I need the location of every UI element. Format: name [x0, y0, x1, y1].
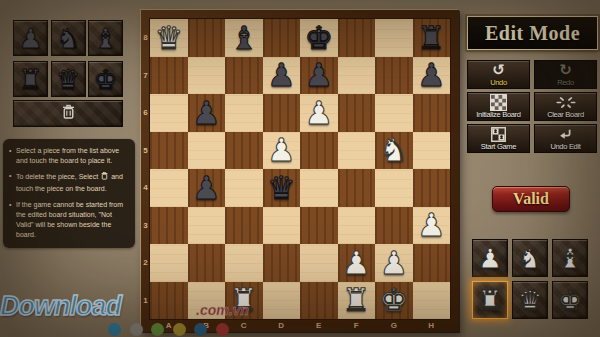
mini-board-icon [491, 127, 506, 142]
square-f5[interactable] [338, 132, 376, 170]
square-e3[interactable] [300, 207, 338, 245]
trash-icon [60, 103, 77, 125]
square-d3[interactable] [263, 207, 301, 245]
square-b2[interactable] [188, 244, 226, 282]
palette-black-bishop-button[interactable]: ♝ [88, 20, 123, 56]
undo-arrow-icon: ↺ [492, 63, 505, 78]
white-king-icon: ♚ [558, 287, 582, 314]
palette-white-knight-button[interactable]: ♞ [512, 239, 548, 277]
delete-piece-button[interactable] [13, 100, 123, 127]
rank-label-8: 8 [141, 19, 150, 57]
file-label-b: B [188, 319, 226, 332]
redo-button[interactable]: ↻ Redo [534, 60, 597, 89]
chess-board-frame: ♛♝♚♜♟♟♟♟♟♟♞♟♛♟♟♟♜♜♚ 87654321ABCDEFGH [141, 10, 459, 332]
palette-white-pawn-button[interactable]: ♟ [472, 239, 508, 277]
square-b3[interactable] [188, 207, 226, 245]
black-king-icon: ♚ [93, 66, 117, 93]
black-bishop-c8[interactable]: ♝ [225, 19, 263, 57]
square-e5[interactable] [300, 132, 338, 170]
rank-label-5: 5 [141, 132, 150, 170]
square-d8[interactable] [263, 19, 301, 57]
black-king-e8[interactable]: ♚ [300, 19, 338, 57]
undo-edit-button[interactable]: Undo Edit [534, 124, 597, 153]
black-knight-icon: ♞ [56, 25, 80, 52]
start-game-button[interactable]: Start Game [467, 124, 530, 153]
watermark-dot [108, 323, 121, 336]
square-f3[interactable] [338, 207, 376, 245]
square-h1[interactable] [413, 282, 451, 320]
square-f8[interactable] [338, 19, 376, 57]
palette-black-pawn-button[interactable]: ♟ [13, 20, 48, 56]
black-pawn-icon: ♟ [18, 25, 42, 52]
square-c6[interactable] [225, 94, 263, 132]
palette-white-king-button[interactable]: ♚ [552, 281, 588, 319]
trash-icon [100, 171, 109, 184]
black-queen-d4[interactable]: ♛ [263, 169, 301, 207]
checkerboard-icon [490, 95, 507, 110]
watermark-text: Download [0, 291, 121, 322]
square-c4[interactable] [225, 169, 263, 207]
square-e2[interactable] [300, 244, 338, 282]
black-pawn-e7[interactable]: ♟ [300, 57, 338, 95]
rank-label-4: 4 [141, 169, 150, 207]
square-g8[interactable] [375, 19, 413, 57]
square-e4[interactable] [300, 169, 338, 207]
square-b8[interactable] [188, 19, 226, 57]
clear-board-button[interactable]: Clear Board [534, 92, 597, 121]
square-h6[interactable] [413, 94, 451, 132]
square-f7[interactable] [338, 57, 376, 95]
square-f6[interactable] [338, 94, 376, 132]
palette-white-bishop-button[interactable]: ♝ [552, 239, 588, 277]
black-pawn-b4[interactable]: ♟ [188, 169, 226, 207]
square-a6[interactable] [150, 94, 188, 132]
square-a3[interactable] [150, 207, 188, 245]
white-pawn-d5[interactable]: ♟ [263, 132, 301, 170]
file-label-f: F [338, 319, 376, 332]
square-h2[interactable] [413, 244, 451, 282]
edit-mode-screen: ♛♝♚♜♟♟♟♟♟♟♞♟♛♟♟♟♜♜♚ 87654321ABCDEFGH ♟♞♝… [0, 0, 600, 337]
instruction-item: • To delete the piece, Selectand touch t… [9, 171, 129, 194]
square-g4[interactable] [375, 169, 413, 207]
instruction-item: • Select a piece from the list above and… [9, 146, 129, 166]
white-pawn-f2[interactable]: ♟ [338, 244, 376, 282]
white-queen-a8[interactable]: ♛ [150, 19, 188, 57]
square-a2[interactable] [150, 244, 188, 282]
black-pawn-h7[interactable]: ♟ [413, 57, 451, 95]
square-f4[interactable] [338, 169, 376, 207]
rank-label-6: 6 [141, 94, 150, 132]
palette-black-rook-button[interactable]: ♜ [13, 61, 48, 97]
square-a1[interactable] [150, 282, 188, 320]
palette-black-queen-button[interactable]: ♛ [51, 61, 86, 97]
white-pawn-g2[interactable]: ♟ [375, 244, 413, 282]
sparkle-burst-icon [556, 95, 576, 110]
square-g3[interactable] [375, 207, 413, 245]
validity-status-badge: Valid [492, 186, 570, 212]
board-grid[interactable]: ♛♝♚♜♟♟♟♟♟♟♞♟♛♟♟♟♜♜♚ [150, 19, 450, 319]
square-b5[interactable] [188, 132, 226, 170]
square-c2[interactable] [225, 244, 263, 282]
black-pawn-b6[interactable]: ♟ [188, 94, 226, 132]
file-label-g: G [375, 319, 413, 332]
redo-arrow-icon: ↻ [559, 63, 572, 78]
file-label-a: A [150, 319, 188, 332]
return-arrow-icon [558, 127, 573, 142]
white-knight-icon: ♞ [518, 245, 542, 272]
edit-mode-title: Edit Mode [467, 16, 598, 50]
black-bishop-icon: ♝ [93, 25, 117, 52]
file-label-c: C [225, 319, 263, 332]
white-knight-g5[interactable]: ♞ [375, 132, 413, 170]
white-queen-icon: ♛ [518, 287, 542, 314]
square-h4[interactable] [413, 169, 451, 207]
file-label-h: H [413, 319, 451, 332]
instructions-panel: • Select a piece from the list above and… [3, 139, 135, 248]
rank-label-3: 3 [141, 207, 150, 245]
square-b7[interactable] [188, 57, 226, 95]
black-rook-icon: ♜ [18, 66, 42, 93]
square-a4[interactable] [150, 169, 188, 207]
square-a7[interactable] [150, 57, 188, 95]
square-h5[interactable] [413, 132, 451, 170]
palette-black-king-button[interactable]: ♚ [88, 61, 123, 97]
square-d6[interactable] [263, 94, 301, 132]
palette-white-queen-button[interactable]: ♛ [512, 281, 548, 319]
square-g6[interactable] [375, 94, 413, 132]
square-g7[interactable] [375, 57, 413, 95]
white-rook-f1[interactable]: ♜ [338, 282, 376, 320]
square-c7[interactable] [225, 57, 263, 95]
undo-button[interactable]: ↺ Undo [467, 60, 530, 89]
rank-label-7: 7 [141, 57, 150, 95]
rank-label-1: 1 [141, 282, 150, 320]
square-c5[interactable] [225, 132, 263, 170]
palette-black-knight-button[interactable]: ♞ [51, 20, 86, 56]
file-label-d: D [263, 319, 301, 332]
square-e1[interactable] [300, 282, 338, 320]
white-pawn-e6[interactable]: ♟ [300, 94, 338, 132]
square-b1[interactable] [188, 282, 226, 320]
black-pawn-d7[interactable]: ♟ [263, 57, 301, 95]
white-pawn-h3[interactable]: ♟ [413, 207, 451, 245]
black-rook-h8[interactable]: ♜ [413, 19, 451, 57]
initialize-board-button[interactable]: Initialize Board [467, 92, 530, 121]
palette-white-rook-button[interactable]: ♜ [472, 281, 508, 319]
white-bishop-icon: ♝ [558, 245, 582, 272]
white-rook-c1[interactable]: ♜ [225, 282, 263, 320]
square-c3[interactable] [225, 207, 263, 245]
square-d1[interactable] [263, 282, 301, 320]
white-rook-icon: ♜ [478, 287, 502, 314]
square-d2[interactable] [263, 244, 301, 282]
white-pawn-icon: ♟ [478, 245, 502, 272]
white-king-g1[interactable]: ♚ [375, 282, 413, 320]
black-queen-icon: ♛ [56, 66, 80, 93]
rank-label-2: 2 [141, 244, 150, 282]
square-a5[interactable] [150, 132, 188, 170]
instruction-item: • If the game cannot be started from the… [9, 200, 129, 241]
file-label-e: E [300, 319, 338, 332]
